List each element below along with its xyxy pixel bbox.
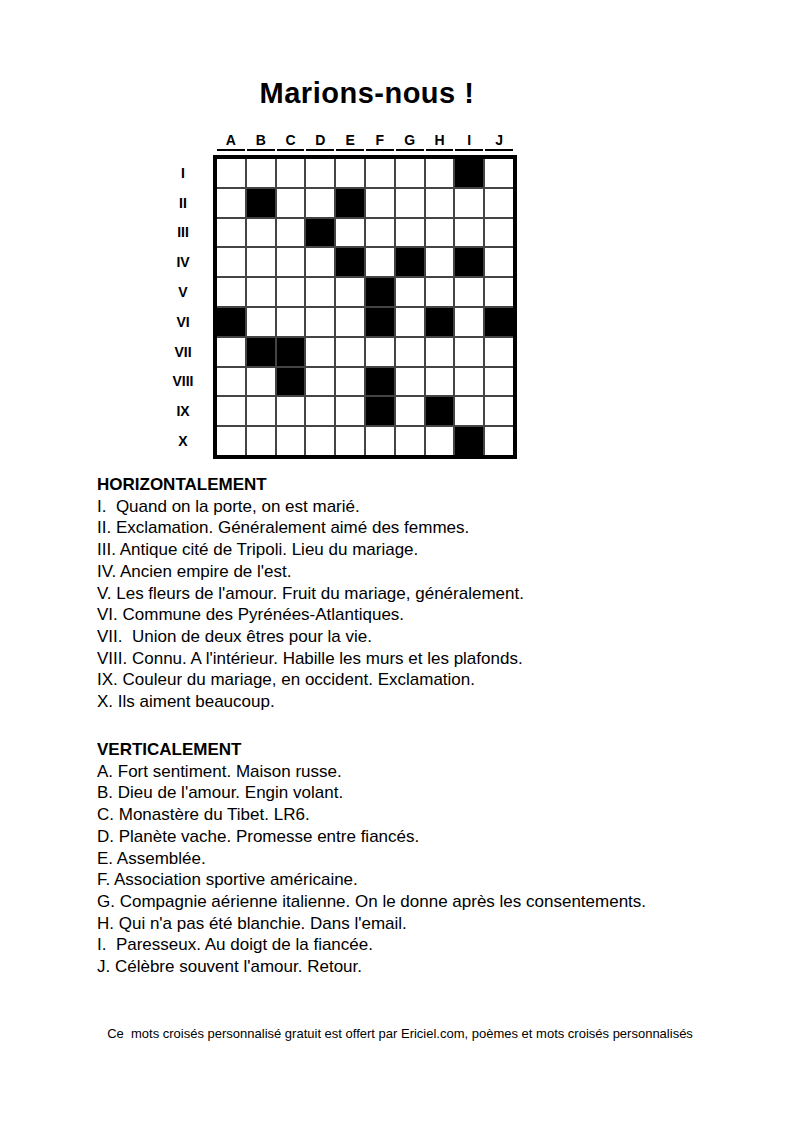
across-heading: HORIZONTALEMENT	[97, 474, 777, 496]
black-cell-A-VI	[217, 308, 245, 336]
cell-D-IX[interactable]	[306, 397, 334, 425]
cell-B-X[interactable]	[247, 427, 275, 455]
cell-E-I[interactable]	[336, 159, 364, 187]
column-label-E: E	[336, 132, 364, 151]
cell-B-III[interactable]	[247, 219, 275, 247]
column-label-F: F	[366, 132, 394, 151]
clue-item: I. Quand on la porte, on est marié.	[97, 496, 777, 518]
cell-A-I[interactable]	[217, 159, 245, 187]
clue-item: F. Association sportive américaine.	[97, 869, 777, 891]
cell-B-VIII[interactable]	[247, 368, 275, 396]
cell-H-VII[interactable]	[426, 338, 454, 366]
cell-E-V[interactable]	[336, 278, 364, 306]
cell-J-V[interactable]	[485, 278, 513, 306]
clue-item: E. Assemblée.	[97, 848, 777, 870]
cell-A-VII[interactable]	[217, 338, 245, 366]
cell-A-IX[interactable]	[217, 397, 245, 425]
clue-item: IX. Couleur du mariage, en occident. Exc…	[97, 669, 777, 691]
row-label-III: III	[155, 219, 211, 247]
cell-C-IX[interactable]	[277, 397, 305, 425]
column-label-D: D	[306, 132, 334, 151]
row-label-IV: IV	[155, 248, 211, 276]
cell-D-V[interactable]	[306, 278, 334, 306]
cell-E-VIII[interactable]	[336, 368, 364, 396]
clue-item: I. Paresseux. Au doigt de la fiancée.	[97, 934, 777, 956]
column-headers: ABCDEFGHIJ	[217, 132, 513, 151]
clue-item: X. Ils aiment beaucoup.	[97, 691, 777, 713]
cell-H-V[interactable]	[426, 278, 454, 306]
black-cell-D-III	[306, 219, 334, 247]
black-cell-C-VIII	[277, 368, 305, 396]
cell-B-VI[interactable]	[247, 308, 275, 336]
cell-J-IV[interactable]	[485, 248, 513, 276]
cell-A-IV[interactable]	[217, 248, 245, 276]
cell-G-VIII[interactable]	[396, 368, 424, 396]
black-cell-H-VI	[426, 308, 454, 336]
black-cell-B-II	[247, 189, 275, 217]
cell-H-VIII[interactable]	[426, 368, 454, 396]
down-heading: VERTICALEMENT	[97, 739, 777, 761]
cell-G-VII[interactable]	[396, 338, 424, 366]
column-label-J: J	[485, 132, 513, 151]
cell-C-VI[interactable]	[277, 308, 305, 336]
black-cell-G-IV	[396, 248, 424, 276]
cell-F-IV[interactable]	[366, 248, 394, 276]
clue-item: A. Fort sentiment. Maison russe.	[97, 761, 777, 783]
column-label-I: I	[455, 132, 483, 151]
cell-A-II[interactable]	[217, 189, 245, 217]
black-cell-C-VII	[277, 338, 305, 366]
cell-G-V[interactable]	[396, 278, 424, 306]
cell-E-VII[interactable]	[336, 338, 364, 366]
black-cell-I-I	[455, 159, 483, 187]
cell-C-IV[interactable]	[277, 248, 305, 276]
cell-E-VI[interactable]	[336, 308, 364, 336]
cell-J-II[interactable]	[485, 189, 513, 217]
cell-F-VII[interactable]	[366, 338, 394, 366]
cell-I-V[interactable]	[455, 278, 483, 306]
cell-C-II[interactable]	[277, 189, 305, 217]
cell-J-I[interactable]	[485, 159, 513, 187]
cell-D-I[interactable]	[306, 159, 334, 187]
cell-E-X[interactable]	[336, 427, 364, 455]
cell-I-II[interactable]	[455, 189, 483, 217]
cell-D-II[interactable]	[306, 189, 334, 217]
cell-G-II[interactable]	[396, 189, 424, 217]
cell-D-VIII[interactable]	[306, 368, 334, 396]
cell-H-III[interactable]	[426, 219, 454, 247]
cell-F-II[interactable]	[366, 189, 394, 217]
cell-G-VI[interactable]	[396, 308, 424, 336]
cell-H-IV[interactable]	[426, 248, 454, 276]
cell-C-I[interactable]	[277, 159, 305, 187]
clue-item: V. Les fleurs de l'amour. Fruit du maria…	[97, 583, 777, 605]
black-cell-H-IX	[426, 397, 454, 425]
clue-item: VII. Union de deux êtres pour la vie.	[97, 626, 777, 648]
cell-B-V[interactable]	[247, 278, 275, 306]
cell-A-III[interactable]	[217, 219, 245, 247]
footer-credit: Ce mots croisés personnalisé gratuit est…	[0, 1026, 800, 1042]
black-cell-B-VII	[247, 338, 275, 366]
black-cell-F-IX	[366, 397, 394, 425]
cell-D-VII[interactable]	[306, 338, 334, 366]
column-label-A: A	[217, 132, 245, 151]
column-label-G: G	[396, 132, 424, 151]
row-label-VII: VII	[155, 338, 211, 366]
black-cell-E-II	[336, 189, 364, 217]
cell-J-III[interactable]	[485, 219, 513, 247]
down-clues-section: VERTICALEMENT A. Fort sentiment. Maison …	[97, 739, 777, 978]
clue-item: III. Antique cité de Tripoli. Lieu du ma…	[97, 539, 777, 561]
crossword-board	[213, 155, 517, 459]
cell-H-II[interactable]	[426, 189, 454, 217]
cell-I-IX[interactable]	[455, 397, 483, 425]
cell-C-III[interactable]	[277, 219, 305, 247]
cell-E-III[interactable]	[336, 219, 364, 247]
cell-B-IX[interactable]	[247, 397, 275, 425]
black-cell-F-V	[366, 278, 394, 306]
cell-B-I[interactable]	[247, 159, 275, 187]
cell-G-IX[interactable]	[396, 397, 424, 425]
black-cell-I-IV	[455, 248, 483, 276]
row-label-II: II	[155, 189, 211, 217]
clue-item: J. Célèbre souvent l'amour. Retour.	[97, 956, 777, 978]
cell-J-X[interactable]	[485, 427, 513, 455]
row-label-VI: VI	[155, 308, 211, 336]
row-label-VIII: VIII	[155, 368, 211, 396]
clue-item: H. Qui n'a pas été blanchie. Dans l'emai…	[97, 913, 777, 935]
row-labels: IIIIIIIVVVIVIIVIIIIXX	[155, 159, 211, 455]
row-label-V: V	[155, 278, 211, 306]
cell-I-VII[interactable]	[455, 338, 483, 366]
cell-C-X[interactable]	[277, 427, 305, 455]
clue-item: C. Monastère du Tibet. LR6.	[97, 804, 777, 826]
black-cell-I-X	[455, 427, 483, 455]
cell-C-V[interactable]	[277, 278, 305, 306]
row-label-X: X	[155, 427, 211, 455]
black-cell-F-VIII	[366, 368, 394, 396]
cell-A-VIII[interactable]	[217, 368, 245, 396]
cell-I-VIII[interactable]	[455, 368, 483, 396]
cell-A-X[interactable]	[217, 427, 245, 455]
puzzle-title: Marions-nous !	[0, 77, 734, 110]
cell-I-III[interactable]	[455, 219, 483, 247]
cell-J-IX[interactable]	[485, 397, 513, 425]
clue-item: B. Dieu de l'amour. Engin volant.	[97, 782, 777, 804]
cell-D-VI[interactable]	[306, 308, 334, 336]
column-label-B: B	[247, 132, 275, 151]
clue-item: VIII. Connu. A l'intérieur. Habille les …	[97, 648, 777, 670]
clue-item: G. Compagnie aérienne italienne. On le d…	[97, 891, 777, 913]
row-label-IX: IX	[155, 397, 211, 425]
cell-G-X[interactable]	[396, 427, 424, 455]
cell-J-VIII[interactable]	[485, 368, 513, 396]
cell-H-X[interactable]	[426, 427, 454, 455]
cell-F-III[interactable]	[366, 219, 394, 247]
cell-D-X[interactable]	[306, 427, 334, 455]
cell-A-V[interactable]	[217, 278, 245, 306]
clue-item: D. Planète vache. Promesse entre fiancés…	[97, 826, 777, 848]
black-cell-F-VI	[366, 308, 394, 336]
cell-B-IV[interactable]	[247, 248, 275, 276]
cell-G-I[interactable]	[396, 159, 424, 187]
black-cell-J-VI	[485, 308, 513, 336]
clue-item: IV. Ancien empire de l'est.	[97, 561, 777, 583]
clue-item: II. Exclamation. Généralement aimé des f…	[97, 517, 777, 539]
cell-E-IX[interactable]	[336, 397, 364, 425]
black-cell-E-IV	[336, 248, 364, 276]
clue-item: VI. Commune des Pyrénées-Atlantiques.	[97, 604, 777, 626]
cell-I-VI[interactable]	[455, 308, 483, 336]
cell-G-III[interactable]	[396, 219, 424, 247]
column-label-H: H	[426, 132, 454, 151]
across-clues-list: I. Quand on la porte, on est marié.II. E…	[97, 496, 777, 713]
row-label-I: I	[155, 159, 211, 187]
column-label-C: C	[277, 132, 305, 151]
cell-F-I[interactable]	[366, 159, 394, 187]
cell-J-VII[interactable]	[485, 338, 513, 366]
down-clues-list: A. Fort sentiment. Maison russe.B. Dieu …	[97, 761, 777, 978]
cell-D-IV[interactable]	[306, 248, 334, 276]
cell-F-X[interactable]	[366, 427, 394, 455]
across-clues-section: HORIZONTALEMENT I. Quand on la porte, on…	[97, 474, 777, 713]
cell-H-I[interactable]	[426, 159, 454, 187]
